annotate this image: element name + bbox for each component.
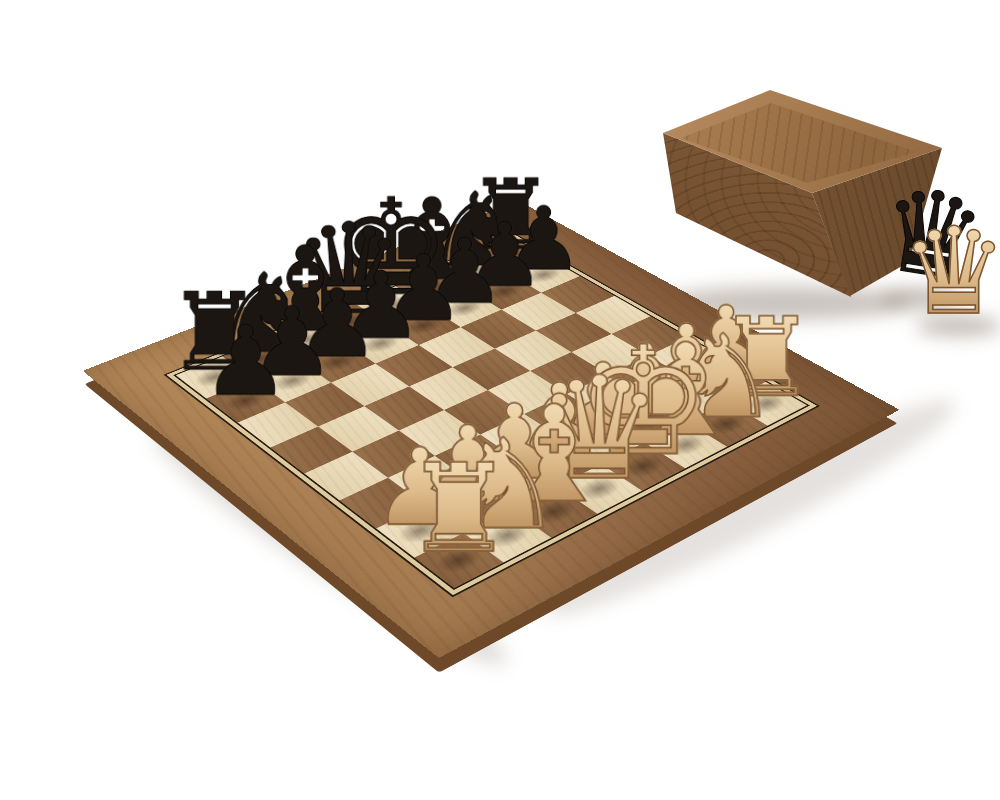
board-scene: ♜♞♝♛♚♝♞♜♟♟♟♟♟♟♟♟♟♟♟♟♟♟♟♟♜♞♝♛♚♝♞♜ bbox=[0, 0, 1000, 800]
board-frame: ♜♞♝♛♚♝♞♜♟♟♟♟♟♟♟♟♟♟♟♟♟♟♟♟♜♞♝♛♚♝♞♜ bbox=[83, 200, 900, 658]
piece-glyph: ♜ bbox=[404, 452, 514, 568]
chess-set-product-photo: ♛♛ ♜♞♝♛♚♝♞♜♟♟♟♟♟♟♟♟♟♟♟♟♟♟♟♟♜♞♝♛♚♝♞♜ bbox=[0, 0, 1000, 800]
chess-board: ♜♞♝♛♚♝♞♜♟♟♟♟♟♟♟♟♟♟♟♟♟♟♟♟♜♞♝♛♚♝♞♜ bbox=[83, 200, 900, 658]
board-playing-area: ♜♞♝♛♚♝♞♜♟♟♟♟♟♟♟♟♟♟♟♟♟♟♟♟♜♞♝♛♚♝♞♜ bbox=[173, 237, 810, 590]
piece-glyph: ♟ bbox=[202, 316, 289, 408]
